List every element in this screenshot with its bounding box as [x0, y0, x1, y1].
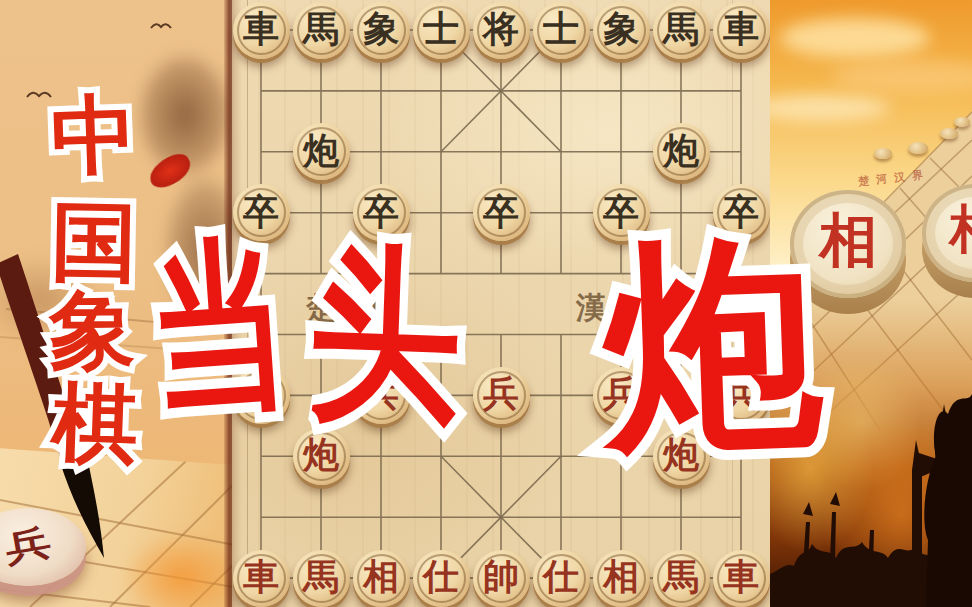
- warrior-silhouettes: [770, 300, 972, 607]
- piece-character: 炮: [303, 437, 339, 473]
- piece-character: 相: [603, 559, 639, 595]
- piece-red-r9c6[interactable]: 相: [593, 550, 650, 607]
- edge-piece-character: 相: [949, 195, 972, 265]
- piece-black-r0c7[interactable]: 馬: [653, 2, 710, 59]
- piece-character: 馬: [303, 559, 339, 595]
- piece-red-r9c0[interactable]: 車: [233, 550, 290, 607]
- piece-character: 車: [243, 11, 279, 47]
- piece-character: 馬: [663, 559, 699, 595]
- piece-red-r7c1[interactable]: 炮: [293, 428, 350, 485]
- piece-red-r6c4[interactable]: 兵: [473, 367, 530, 424]
- piece-character: 卒: [603, 194, 639, 230]
- piece-character: 卒: [723, 194, 759, 230]
- right-art-panel: 楚河汉界 相 相: [770, 0, 972, 607]
- piece-character: 兵: [723, 376, 759, 412]
- piece-character: 相: [363, 559, 399, 595]
- side-title-char-3: 象 象: [48, 286, 135, 373]
- piece-character: 士: [543, 11, 579, 47]
- river-text-right: 漢界: [576, 288, 664, 329]
- river-text-left: 楚河: [306, 288, 394, 329]
- piece-character: 卒: [243, 194, 279, 230]
- piece-red-r6c6[interactable]: 兵: [593, 367, 650, 424]
- piece-character: 仕: [543, 559, 579, 595]
- side-title-char-1: 中 中: [50, 91, 139, 180]
- piece-black-r3c6[interactable]: 卒: [593, 184, 650, 241]
- distant-piece: [908, 142, 928, 154]
- large-chess-piece: 相: [790, 190, 906, 298]
- piece-character: 象: [603, 11, 639, 47]
- piece-face: 相: [790, 190, 906, 298]
- side-title-fill: 中: [50, 91, 139, 180]
- piece-black-r0c6[interactable]: 象: [593, 2, 650, 59]
- piece-black-r0c0[interactable]: 車: [233, 2, 290, 59]
- piece-black-r2c1[interactable]: 炮: [293, 123, 350, 180]
- piece-character: 車: [723, 11, 759, 47]
- piece-character: 兵: [243, 376, 279, 412]
- piece-black-r3c8[interactable]: 卒: [713, 184, 770, 241]
- side-title-char-2: 国 国: [50, 198, 137, 285]
- piece-red-r6c0[interactable]: 兵: [233, 367, 290, 424]
- xiangqi-board[interactable]: 楚河 漢界 車馬象士将士象馬車炮炮卒卒卒卒卒兵兵兵兵兵炮炮車馬相仕帥仕相馬車: [232, 0, 770, 607]
- piece-black-r0c8[interactable]: 車: [713, 2, 770, 59]
- piece-character: 炮: [663, 437, 699, 473]
- piece-red-r6c2[interactable]: 兵: [353, 367, 410, 424]
- piece-character: 卒: [483, 194, 519, 230]
- piece-character: 馬: [663, 11, 699, 47]
- piece-black-r0c2[interactable]: 象: [353, 2, 410, 59]
- piece-black-r3c4[interactable]: 卒: [473, 184, 530, 241]
- edge-chess-piece: 相: [922, 184, 972, 282]
- piece-character: 兵: [483, 376, 519, 412]
- piece-character: 帥: [483, 559, 519, 595]
- piece-black-r0c3[interactable]: 士: [413, 2, 470, 59]
- piece-red-r9c7[interactable]: 馬: [653, 550, 710, 607]
- distant-piece: [940, 128, 958, 139]
- piece-red-r9c1[interactable]: 馬: [293, 550, 350, 607]
- piece-red-r9c4[interactable]: 帥: [473, 550, 530, 607]
- distant-piece: [954, 117, 970, 127]
- side-title-fill: 棋: [51, 379, 140, 468]
- piece-black-r2c7[interactable]: 炮: [653, 123, 710, 180]
- piece-character: 馬: [303, 11, 339, 47]
- piece-black-r3c0[interactable]: 卒: [233, 184, 290, 241]
- piece-character: 仕: [423, 559, 459, 595]
- distant-piece: [874, 148, 892, 159]
- piece-character: 炮: [663, 133, 699, 169]
- piece-red-r9c5[interactable]: 仕: [533, 550, 590, 607]
- piece-character: 車: [723, 559, 759, 595]
- piece-character: 象: [363, 11, 399, 47]
- side-title-char-4: 棋 棋: [51, 379, 140, 468]
- side-title-fill: 国: [50, 198, 137, 285]
- piece-character: 卒: [363, 194, 399, 230]
- piece-character: 将: [483, 11, 519, 47]
- piece-red-r9c3[interactable]: 仕: [413, 550, 470, 607]
- piece-character: 兵: [603, 376, 639, 412]
- piece-red-r7c7[interactable]: 炮: [653, 428, 710, 485]
- piece-red-r6c8[interactable]: 兵: [713, 367, 770, 424]
- thumbnail-canvas: 兵 楚河 漢界 車馬象士将士象馬車炮炮卒卒卒卒卒兵兵兵兵兵炮炮車馬相仕帥仕相馬車: [0, 0, 972, 607]
- piece-character: 士: [423, 11, 459, 47]
- piece-character: 炮: [303, 133, 339, 169]
- large-piece-character: 相: [819, 202, 877, 280]
- piece-black-r0c4[interactable]: 将: [473, 2, 530, 59]
- bird-icon: [150, 20, 172, 30]
- piece-red-r9c2[interactable]: 相: [353, 550, 410, 607]
- piece-red-r9c8[interactable]: 車: [713, 550, 770, 607]
- side-title-fill: 象: [48, 286, 135, 373]
- piece-black-r3c2[interactable]: 卒: [353, 184, 410, 241]
- piece-black-r0c5[interactable]: 士: [533, 2, 590, 59]
- bird-icon: [26, 88, 52, 100]
- piece-black-r0c1[interactable]: 馬: [293, 2, 350, 59]
- piece-character: 兵: [363, 376, 399, 412]
- piece-character: 車: [243, 559, 279, 595]
